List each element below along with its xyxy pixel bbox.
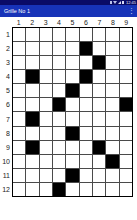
cell-r11c3[interactable] xyxy=(40,169,52,182)
col-label-3: 3 xyxy=(44,18,48,27)
cell-r11c6[interactable] xyxy=(80,169,92,182)
cell-r7c2[interactable] xyxy=(26,112,38,125)
cell-r3c4[interactable] xyxy=(53,56,65,69)
cell-r8c8[interactable] xyxy=(106,127,118,140)
crossword-grid xyxy=(12,27,133,197)
cell-r7c9[interactable] xyxy=(120,112,132,125)
cell-r9c2[interactable] xyxy=(26,141,38,154)
cell-r10c5[interactable] xyxy=(66,155,78,168)
col-label-2: 2 xyxy=(30,18,34,27)
row-label-10: 10 xyxy=(2,158,10,165)
row-label-7: 7 xyxy=(6,116,10,123)
col-label-7: 7 xyxy=(97,18,101,27)
cell-r1c8[interactable] xyxy=(106,28,118,41)
col-label-4: 4 xyxy=(57,18,61,27)
cell-r9c7[interactable] xyxy=(93,141,105,154)
cell-r12c8[interactable] xyxy=(106,183,118,196)
cell-r1c4[interactable] xyxy=(53,28,65,41)
row-label-12: 12 xyxy=(2,186,10,193)
signal-icon xyxy=(118,1,121,4)
cell-r2c8[interactable] xyxy=(106,42,118,55)
cell-r6c2[interactable] xyxy=(26,98,38,111)
row-label-2: 2 xyxy=(6,45,10,52)
cell-r5c8[interactable] xyxy=(106,84,118,97)
cell-r7c7[interactable] xyxy=(93,112,105,125)
cell-r4c1[interactable] xyxy=(13,70,25,83)
cell-r5c3[interactable] xyxy=(40,84,52,97)
cell-r7c8[interactable] xyxy=(106,112,118,125)
row-label-5: 5 xyxy=(6,87,10,94)
cell-r10c8[interactable] xyxy=(106,155,118,168)
cell-r9c3[interactable] xyxy=(40,141,52,154)
cell-r6c3[interactable] xyxy=(40,98,52,111)
column-labels: 123456789 xyxy=(12,18,133,27)
cell-r9c9[interactable] xyxy=(120,141,132,154)
row-label-1: 1 xyxy=(6,31,10,38)
cell-r11c5[interactable] xyxy=(66,169,78,182)
cell-r6c6[interactable] xyxy=(80,98,92,111)
row-label-8: 8 xyxy=(6,130,10,137)
cell-r6c5[interactable] xyxy=(66,98,78,111)
cell-r3c9[interactable] xyxy=(120,56,132,69)
cell-r3c1[interactable] xyxy=(13,56,25,69)
cell-r2c5[interactable] xyxy=(66,42,78,55)
cell-r2c6[interactable] xyxy=(80,42,92,55)
cell-r6c1[interactable] xyxy=(13,98,25,111)
row-labels: 123456789101112 xyxy=(0,27,12,197)
cell-r12c5[interactable] xyxy=(66,183,78,196)
wifi-icon xyxy=(113,1,117,4)
col-label-9: 9 xyxy=(124,18,128,27)
cell-r2c1[interactable] xyxy=(13,42,25,55)
cell-r1c2[interactable] xyxy=(26,28,38,41)
cell-r3c6[interactable] xyxy=(80,56,92,69)
cell-r2c7[interactable] xyxy=(93,42,105,55)
cell-r4c3[interactable] xyxy=(40,70,52,83)
cell-r10c1[interactable] xyxy=(13,155,25,168)
cell-r1c7[interactable] xyxy=(93,28,105,41)
cell-r8c5[interactable] xyxy=(66,127,78,140)
app-bar: Grille No 1 ⋮ xyxy=(0,5,137,17)
cell-r5c7[interactable] xyxy=(93,84,105,97)
cell-r2c2[interactable] xyxy=(26,42,38,55)
cell-r12c2[interactable] xyxy=(26,183,38,196)
vibrate-icon xyxy=(110,1,112,4)
cell-r8c7[interactable] xyxy=(93,127,105,140)
row-label-4: 4 xyxy=(6,73,10,80)
cell-r7c3[interactable] xyxy=(40,112,52,125)
cell-r3c8[interactable] xyxy=(106,56,118,69)
cell-r8c1[interactable] xyxy=(13,127,25,140)
cell-r8c2[interactable] xyxy=(26,127,38,140)
cell-r11c1[interactable] xyxy=(13,169,25,182)
col-label-8: 8 xyxy=(111,18,115,27)
col-label-1: 1 xyxy=(17,18,21,27)
cell-r1c3[interactable] xyxy=(40,28,52,41)
cell-r4c2[interactable] xyxy=(26,70,38,83)
cell-r1c9[interactable] xyxy=(120,28,132,41)
cell-r10c3[interactable] xyxy=(40,155,52,168)
cell-r5c4[interactable] xyxy=(53,84,65,97)
cell-r5c9[interactable] xyxy=(120,84,132,97)
cell-r4c9[interactable] xyxy=(120,70,132,83)
cell-r5c5[interactable] xyxy=(66,84,78,97)
status-icons xyxy=(110,1,124,4)
cell-r4c8[interactable] xyxy=(106,70,118,83)
col-label-6: 6 xyxy=(84,18,88,27)
cell-r5c1[interactable] xyxy=(13,84,25,97)
cell-r8c9[interactable] xyxy=(120,127,132,140)
cell-r5c2[interactable] xyxy=(26,84,38,97)
cell-r3c5[interactable] xyxy=(66,56,78,69)
cell-r12c4[interactable] xyxy=(53,183,65,196)
cell-r10c2[interactable] xyxy=(26,155,38,168)
cell-r10c7[interactable] xyxy=(93,155,105,168)
cell-r9c8[interactable] xyxy=(106,141,118,154)
cell-r12c7[interactable] xyxy=(93,183,105,196)
cell-r3c3[interactable] xyxy=(40,56,52,69)
cell-r11c9[interactable] xyxy=(120,169,132,182)
cell-r10c6[interactable] xyxy=(80,155,92,168)
cell-r4c5[interactable] xyxy=(66,70,78,83)
battery-icon xyxy=(122,1,124,4)
cell-r7c1[interactable] xyxy=(13,112,25,125)
cell-r6c7[interactable] xyxy=(93,98,105,111)
cell-r12c1[interactable] xyxy=(13,183,25,196)
cell-r12c9[interactable] xyxy=(120,183,132,196)
cell-r1c6[interactable] xyxy=(80,28,92,41)
overflow-menu-icon[interactable]: ⋮ xyxy=(126,5,137,17)
cell-r9c1[interactable] xyxy=(13,141,25,154)
cell-r4c4[interactable] xyxy=(53,70,65,83)
cell-r3c7[interactable] xyxy=(93,56,105,69)
cell-r12c3[interactable] xyxy=(40,183,52,196)
cell-r8c6[interactable] xyxy=(80,127,92,140)
cell-r7c5[interactable] xyxy=(66,112,78,125)
cell-r1c5[interactable] xyxy=(66,28,78,41)
cell-r2c3[interactable] xyxy=(40,42,52,55)
cell-r11c2[interactable] xyxy=(26,169,38,182)
cell-r2c4[interactable] xyxy=(53,42,65,55)
cell-r2c9[interactable] xyxy=(120,42,132,55)
page-title: Grille No 1 xyxy=(0,8,126,14)
puzzle-area: 123456789 123456789101112 xyxy=(0,17,137,197)
cell-r9c4[interactable] xyxy=(53,141,65,154)
cell-r9c6[interactable] xyxy=(80,141,92,154)
row-label-6: 6 xyxy=(6,101,10,108)
cell-r6c9[interactable] xyxy=(120,98,132,111)
cell-r7c4[interactable] xyxy=(53,112,65,125)
cell-r8c3[interactable] xyxy=(40,127,52,140)
cell-r3c2[interactable] xyxy=(26,56,38,69)
cell-r8c4[interactable] xyxy=(53,127,65,140)
cell-r6c8[interactable] xyxy=(106,98,118,111)
cell-r9c5[interactable] xyxy=(66,141,78,154)
cell-r11c7[interactable] xyxy=(93,169,105,182)
cell-r5c6[interactable] xyxy=(80,84,92,97)
cell-r11c8[interactable] xyxy=(106,169,118,182)
row-label-3: 3 xyxy=(6,59,10,66)
cell-r11c4[interactable] xyxy=(53,169,65,182)
cell-r7c6[interactable] xyxy=(80,112,92,125)
col-label-5: 5 xyxy=(71,18,75,27)
cell-r6c4[interactable] xyxy=(53,98,65,111)
cell-r4c6[interactable] xyxy=(80,70,92,83)
cell-r1c1[interactable] xyxy=(13,28,25,41)
cell-r10c9[interactable] xyxy=(120,155,132,168)
cell-r4c7[interactable] xyxy=(93,70,105,83)
cell-r10c4[interactable] xyxy=(53,155,65,168)
cell-r12c6[interactable] xyxy=(80,183,92,196)
row-label-11: 11 xyxy=(3,172,10,179)
row-label-9: 9 xyxy=(6,144,10,151)
